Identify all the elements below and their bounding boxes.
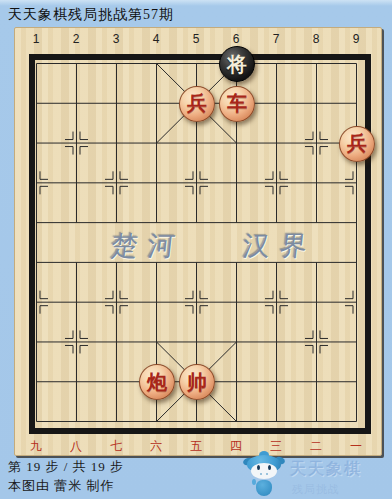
top-coordinate-6: 6 <box>216 32 256 46</box>
top-coordinate-8: 8 <box>296 32 336 46</box>
bottom-coordinate-3: 七 <box>96 438 136 455</box>
watermark-text-2: 残局挑战 <box>292 482 340 497</box>
bottom-coordinate-9: 一 <box>336 438 376 455</box>
mascot-face <box>251 463 277 479</box>
pieces-layer: 将兵车兵炮帅 <box>36 63 357 422</box>
top-coordinate-4: 4 <box>136 32 176 46</box>
bottom-coordinate-5: 五 <box>176 438 216 455</box>
top-coordinate-1: 1 <box>16 32 56 46</box>
credit-text: 本图由 蕾米 制作 <box>8 477 115 495</box>
page-background: 天天象棋残局挑战第57期 123456789 楚河 汉界 将兵车兵炮帅 九八七六… <box>0 0 392 499</box>
mascot-nostril-right <box>266 473 268 475</box>
watermark-text: 天天象棋 <box>290 459 362 480</box>
xiangqi-board-panel: 123456789 楚河 汉界 将兵车兵炮帅 九八七六五四三二一 <box>14 27 382 456</box>
board-bottom-coordinates: 九八七六五四三二一 <box>15 438 381 454</box>
top-coordinate-3: 3 <box>96 32 136 46</box>
top-coordinate-5: 5 <box>176 32 216 46</box>
top-coordinate-9: 9 <box>336 32 376 46</box>
board-top-coordinates: 123456789 <box>15 32 381 48</box>
mascot-body <box>256 480 272 496</box>
red-piece-兵[interactable]: 兵 <box>179 86 215 122</box>
mascot-eye-right <box>268 465 271 470</box>
red-piece-兵[interactable]: 兵 <box>339 126 375 162</box>
top-coordinate-7: 7 <box>256 32 296 46</box>
black-piece-将[interactable]: 将 <box>219 46 255 82</box>
mascot-ox-icon <box>245 452 285 498</box>
bottom-coordinate-1: 九 <box>16 438 56 455</box>
red-piece-帅[interactable]: 帅 <box>179 364 215 400</box>
bottom-coordinate-4: 六 <box>136 438 176 455</box>
top-coordinate-2: 2 <box>56 32 96 46</box>
red-piece-车[interactable]: 车 <box>219 86 255 122</box>
bottom-coordinate-2: 八 <box>56 438 96 455</box>
red-piece-炮[interactable]: 炮 <box>139 364 175 400</box>
bottom-coordinate-8: 二 <box>296 438 336 455</box>
mascot-eye-left <box>257 465 260 470</box>
mascot-nostril-left <box>260 473 262 475</box>
move-counter: 第 19 步 / 共 19 步 <box>8 458 124 476</box>
page-title: 天天象棋残局挑战第57期 <box>8 6 174 24</box>
